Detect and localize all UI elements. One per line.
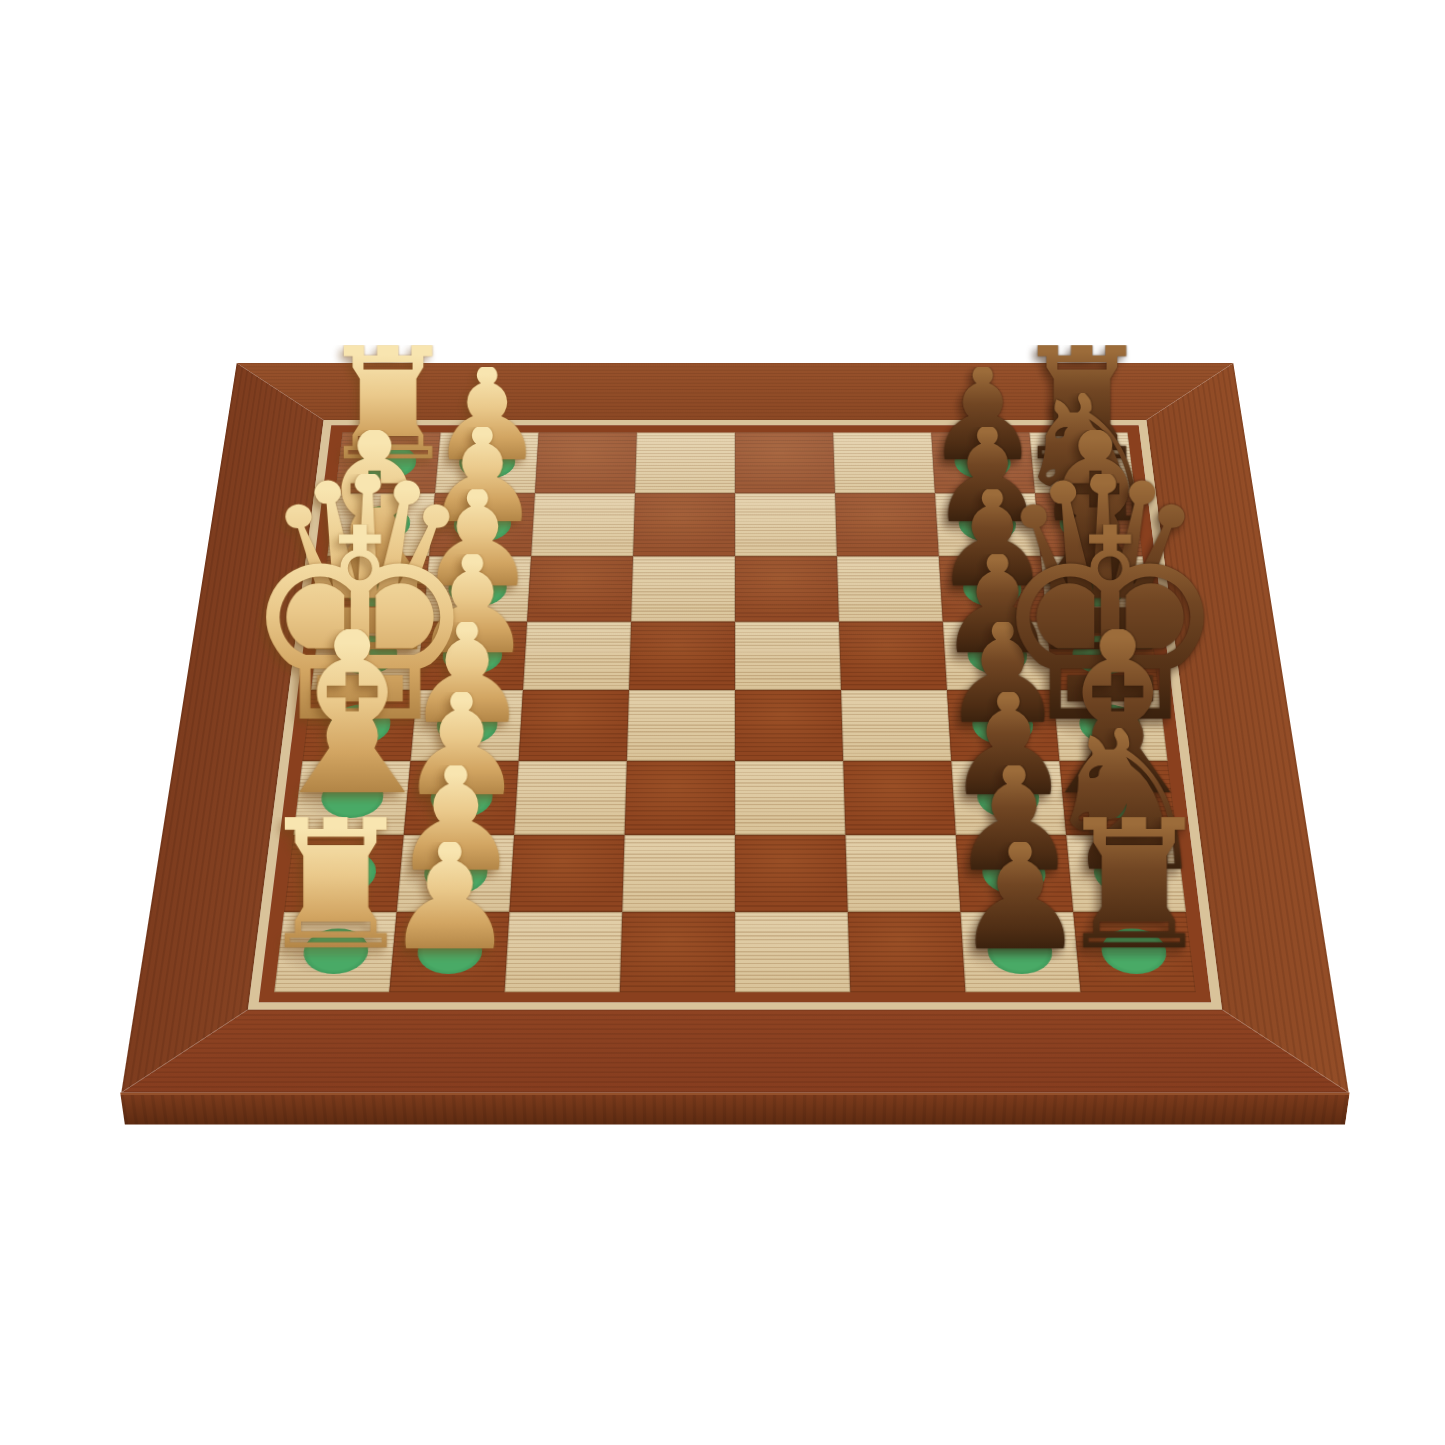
piece-glyph: ♟ (954, 842, 1087, 955)
square-f6 (843, 761, 956, 835)
square-e4 (627, 690, 735, 761)
square-e3 (519, 690, 629, 761)
square-g4 (622, 835, 735, 912)
square-d6 (839, 622, 947, 690)
square-f4 (625, 761, 735, 835)
square-e5 (735, 690, 843, 761)
square-g3 (509, 835, 624, 912)
piece-glyph: ♟ (383, 842, 516, 955)
square-h7: ♟ (961, 912, 1081, 992)
square-h1: ♜ (274, 912, 397, 992)
chess-board: ♜♟♟♜♞♟♟♞♝♟♟♝♛♟♟♛♚♟♟♚♝♟♟♝♞♟♟♞♜♟♟♜ (121, 363, 1348, 1093)
square-b6 (835, 493, 939, 556)
square-h4 (620, 912, 735, 992)
square-b4 (633, 493, 735, 556)
square-h8: ♜ (1073, 912, 1196, 992)
square-h2: ♟ (389, 912, 509, 992)
square-f3 (514, 761, 627, 835)
board-grid: ♜♟♟♜♞♟♟♞♝♟♟♝♛♟♟♛♚♟♟♚♝♟♟♝♞♟♟♞♜♟♟♜ (274, 432, 1196, 992)
square-f5 (735, 761, 845, 835)
board-frame-bottom (121, 1009, 1348, 1092)
square-d5 (735, 622, 841, 690)
square-d4 (629, 622, 735, 690)
square-b3 (531, 493, 635, 556)
square-h3 (505, 912, 623, 992)
square-a6 (833, 432, 935, 493)
square-e6 (841, 690, 951, 761)
square-a3 (535, 432, 637, 493)
square-c5 (735, 556, 839, 622)
square-c3 (527, 556, 633, 622)
square-h5 (735, 912, 850, 992)
square-b5 (735, 493, 837, 556)
square-g6 (845, 835, 960, 912)
product-photo-canvas: ♜♟♟♜♞♟♟♞♝♟♟♝♛♟♟♛♚♟♟♚♝♟♟♝♞♟♟♞♜♟♟♜ (0, 0, 1445, 1445)
square-c6 (837, 556, 943, 622)
square-h6 (848, 912, 966, 992)
square-a4 (635, 432, 735, 493)
square-g5 (735, 835, 848, 912)
square-c4 (631, 556, 735, 622)
square-d3 (523, 622, 631, 690)
board-front-edge (120, 1093, 1350, 1125)
square-a5 (735, 432, 835, 493)
